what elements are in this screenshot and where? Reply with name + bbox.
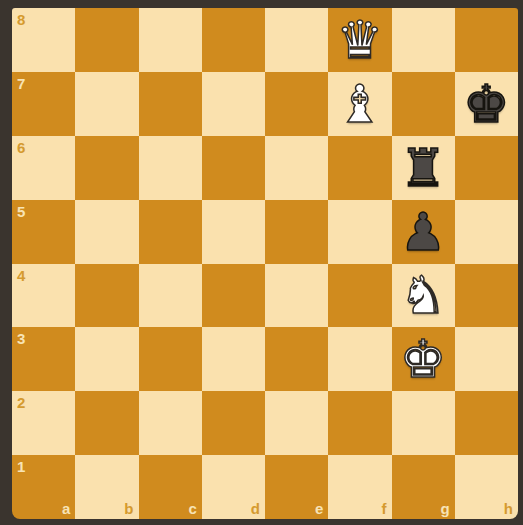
square-c1[interactable]: c xyxy=(139,455,202,519)
square-c7[interactable] xyxy=(139,72,202,136)
square-h5[interactable] xyxy=(455,200,518,264)
square-g7[interactable] xyxy=(392,72,455,136)
square-d4[interactable] xyxy=(202,264,265,328)
piece-white-queen[interactable]: ♛ xyxy=(328,8,391,72)
square-c4[interactable] xyxy=(139,264,202,328)
file-label-g: g xyxy=(441,501,450,516)
square-e6[interactable] xyxy=(265,136,328,200)
square-f8[interactable]: ♛ xyxy=(328,8,391,72)
piece-black-rook[interactable]: ♜ xyxy=(392,136,455,200)
square-b5[interactable] xyxy=(75,200,138,264)
square-d5[interactable] xyxy=(202,200,265,264)
file-label-e: e xyxy=(315,501,323,516)
square-h6[interactable] xyxy=(455,136,518,200)
file-label-c: c xyxy=(188,501,196,516)
square-f3[interactable] xyxy=(328,327,391,391)
square-e3[interactable] xyxy=(265,327,328,391)
square-a6[interactable]: 6 xyxy=(12,136,75,200)
rank-label-6: 6 xyxy=(17,140,25,155)
piece-black-pawn[interactable]: ♟ xyxy=(392,200,455,264)
square-c6[interactable] xyxy=(139,136,202,200)
square-g4[interactable]: ♞ xyxy=(392,264,455,328)
file-label-b: b xyxy=(124,501,133,516)
square-c8[interactable] xyxy=(139,8,202,72)
piece-white-king[interactable]: ♚ xyxy=(392,327,455,391)
rank-label-3: 3 xyxy=(17,331,25,346)
square-f4[interactable] xyxy=(328,264,391,328)
square-a4[interactable]: 4 xyxy=(12,264,75,328)
square-d3[interactable] xyxy=(202,327,265,391)
square-f7[interactable]: ♝ xyxy=(328,72,391,136)
square-h7[interactable]: ♚ xyxy=(455,72,518,136)
square-h8[interactable] xyxy=(455,8,518,72)
square-g2[interactable] xyxy=(392,391,455,455)
square-d2[interactable] xyxy=(202,391,265,455)
rank-label-7: 7 xyxy=(17,76,25,91)
square-c3[interactable] xyxy=(139,327,202,391)
square-f6[interactable] xyxy=(328,136,391,200)
chess-board: 8♛7♝♚6♜5♟4♞3♚21abcdefgh xyxy=(12,8,518,519)
square-d7[interactable] xyxy=(202,72,265,136)
board-frame: 8♛7♝♚6♜5♟4♞3♚21abcdefgh xyxy=(0,0,523,525)
square-d1[interactable]: d xyxy=(202,455,265,519)
rank-label-1: 1 xyxy=(17,459,25,474)
square-g8[interactable] xyxy=(392,8,455,72)
rank-label-8: 8 xyxy=(17,12,25,27)
file-label-a: a xyxy=(62,501,70,516)
file-label-h: h xyxy=(504,501,513,516)
square-b7[interactable] xyxy=(75,72,138,136)
square-c2[interactable] xyxy=(139,391,202,455)
square-g1[interactable]: g xyxy=(392,455,455,519)
square-b3[interactable] xyxy=(75,327,138,391)
square-h3[interactable] xyxy=(455,327,518,391)
square-b8[interactable] xyxy=(75,8,138,72)
square-a3[interactable]: 3 xyxy=(12,327,75,391)
square-h2[interactable] xyxy=(455,391,518,455)
square-e4[interactable] xyxy=(265,264,328,328)
square-g3[interactable]: ♚ xyxy=(392,327,455,391)
square-e2[interactable] xyxy=(265,391,328,455)
piece-white-bishop[interactable]: ♝ xyxy=(328,72,391,136)
square-a7[interactable]: 7 xyxy=(12,72,75,136)
square-f1[interactable]: f xyxy=(328,455,391,519)
rank-label-5: 5 xyxy=(17,204,25,219)
rank-label-2: 2 xyxy=(17,395,25,410)
piece-white-knight[interactable]: ♞ xyxy=(392,264,455,328)
square-d6[interactable] xyxy=(202,136,265,200)
file-label-d: d xyxy=(251,501,260,516)
square-a5[interactable]: 5 xyxy=(12,200,75,264)
square-g5[interactable]: ♟ xyxy=(392,200,455,264)
file-label-f: f xyxy=(382,501,387,516)
square-a8[interactable]: 8 xyxy=(12,8,75,72)
piece-black-king[interactable]: ♚ xyxy=(455,72,518,136)
square-e1[interactable]: e xyxy=(265,455,328,519)
square-e7[interactable] xyxy=(265,72,328,136)
square-h1[interactable]: h xyxy=(455,455,518,519)
square-d8[interactable] xyxy=(202,8,265,72)
square-e5[interactable] xyxy=(265,200,328,264)
square-e8[interactable] xyxy=(265,8,328,72)
rank-label-4: 4 xyxy=(17,268,25,283)
square-h4[interactable] xyxy=(455,264,518,328)
square-b6[interactable] xyxy=(75,136,138,200)
square-a1[interactable]: 1a xyxy=(12,455,75,519)
square-b1[interactable]: b xyxy=(75,455,138,519)
square-f2[interactable] xyxy=(328,391,391,455)
square-g6[interactable]: ♜ xyxy=(392,136,455,200)
square-f5[interactable] xyxy=(328,200,391,264)
square-b2[interactable] xyxy=(75,391,138,455)
square-c5[interactable] xyxy=(139,200,202,264)
square-a2[interactable]: 2 xyxy=(12,391,75,455)
square-b4[interactable] xyxy=(75,264,138,328)
